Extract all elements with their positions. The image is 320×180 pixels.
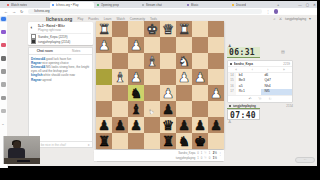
board-square[interactable] xyxy=(96,53,112,69)
white-b-piece[interactable]: ♝ xyxy=(114,69,126,85)
board-square[interactable] xyxy=(112,85,128,101)
game-meta-line2: Playing right now xyxy=(38,28,61,32)
white-p-piece[interactable]: ♟ xyxy=(130,69,142,85)
game-meta-card: ◐ 5+3 • Rated • Blitz Playing right now … xyxy=(28,22,93,45)
chevron-icon[interactable]: ⌄ xyxy=(1,122,6,127)
board-square[interactable]: ♛ xyxy=(160,21,176,37)
search-icon[interactable]: ⌕ xyxy=(274,17,276,21)
white-p-piece[interactable]: ♟ xyxy=(98,37,110,53)
white-p-piece[interactable]: ♟ xyxy=(194,69,206,85)
white-p-piece[interactable]: ♟ xyxy=(162,85,174,101)
game-actions: ↶½⚐ xyxy=(228,95,292,102)
nav-link-watch[interactable]: Watch xyxy=(116,17,124,21)
board-square[interactable] xyxy=(144,69,160,85)
board-square[interactable]: ♜ xyxy=(96,21,112,37)
send-icon[interactable]: ➤ xyxy=(87,143,90,147)
black-q-piece[interactable]: ♛ xyxy=(162,117,174,133)
board-square[interactable] xyxy=(208,21,224,37)
board-square[interactable] xyxy=(112,53,128,69)
black-player-name[interactable]: tungjohnplaying (2154) xyxy=(38,40,70,44)
chat-tab-room[interactable]: Chat room xyxy=(29,49,61,53)
tab-title: Discord xyxy=(236,3,246,7)
url-field[interactable]: lichess.org xyxy=(28,9,262,14)
tab-favicon-icon xyxy=(52,4,54,6)
tab-title: Watch notes xyxy=(11,3,28,7)
board-square[interactable]: ♛ xyxy=(160,117,176,133)
crosstable-more-icon[interactable]: ⋮ xyxy=(218,152,222,156)
black-p-piece[interactable]: ♟ xyxy=(130,117,142,133)
board-square[interactable] xyxy=(112,101,128,117)
tab-favicon-icon xyxy=(97,4,99,6)
bookmark-blue-icon[interactable] xyxy=(1,17,6,22)
board-square[interactable]: ♞ xyxy=(176,53,192,69)
board-square[interactable]: ♜ xyxy=(176,21,192,37)
move-panel: Sandro_Kepa 2219 «‹›» 14b4d615Be3Qd716a5… xyxy=(227,60,293,103)
top-clock: 06:31 xyxy=(227,47,260,58)
move-row: 17Rc1Nf5 xyxy=(228,89,292,94)
board-square[interactable]: ♟ xyxy=(192,69,208,85)
black-p-piece[interactable]: ♟ xyxy=(162,101,174,117)
tab-favicon-icon xyxy=(7,4,9,6)
board-square[interactable]: ♝ xyxy=(112,69,128,85)
board-square[interactable] xyxy=(176,85,192,101)
board-square[interactable] xyxy=(96,85,112,101)
black-p-piece[interactable]: ♟ xyxy=(178,117,190,133)
resign-icon[interactable]: ⚐ xyxy=(268,97,271,101)
white-p-piece[interactable]: ♟ xyxy=(210,85,222,101)
forward-icon[interactable]: → xyxy=(12,8,16,15)
bottom-player-rating: 2154 xyxy=(286,104,293,108)
black-n-piece[interactable]: ♞ xyxy=(130,85,142,101)
board-square[interactable]: ♚ xyxy=(192,133,208,149)
white-p-piece[interactable]: ♟ xyxy=(130,37,142,53)
crosstable-name: Sandro_Kepa xyxy=(178,151,195,155)
board-square[interactable] xyxy=(160,69,176,85)
nav-link-tools[interactable]: Tools xyxy=(150,17,157,21)
nav-link-play[interactable]: Play xyxy=(77,17,83,21)
board-square[interactable] xyxy=(144,117,160,133)
chat-messages: Deimos44 good luck have funRagnar nice o… xyxy=(29,55,92,83)
app-gray-1-icon[interactable] xyxy=(1,56,6,61)
standings-icon[interactable]: ▤ xyxy=(281,49,285,54)
crosstable-name: tungjohnplaying xyxy=(176,156,196,160)
user-menu-icon[interactable]: ▾ xyxy=(309,16,311,21)
crosstable-total: 1½ xyxy=(213,156,217,160)
crosstable-scores: 1 0 ½ 0 xyxy=(197,156,211,160)
top-player-name[interactable]: Sandro_Kepa xyxy=(234,62,284,66)
black-p-piece[interactable]: ♟ xyxy=(210,117,222,133)
board-square[interactable]: ♟ xyxy=(208,117,224,133)
board-square[interactable] xyxy=(128,21,144,37)
draw-offer-icon[interactable]: ½ xyxy=(258,97,261,101)
white-b-piece[interactable]: ♝ xyxy=(146,53,158,69)
board-square[interactable]: ♟ xyxy=(208,85,224,101)
chat-tabs: Chat room Notes xyxy=(29,48,92,55)
maximize-icon[interactable]: ▢ xyxy=(306,3,309,7)
white-p-piece[interactable]: ♟ xyxy=(178,69,190,85)
board-square[interactable] xyxy=(96,101,112,117)
white-n-piece[interactable]: ♞ xyxy=(178,53,190,69)
minimize-icon[interactable]: — xyxy=(298,3,302,7)
board-square[interactable]: ♜ xyxy=(96,133,112,149)
black-r-piece[interactable]: ♜ xyxy=(98,133,110,149)
back-icon[interactable]: ← xyxy=(4,8,8,15)
window-controls[interactable]: — ▢ ✕ xyxy=(298,1,316,8)
board-square[interactable]: ♟ xyxy=(176,117,192,133)
online-dot xyxy=(230,63,232,65)
captured-pieces-bottom: ♙ xyxy=(228,119,231,124)
app-gray-5-icon[interactable] xyxy=(1,109,6,114)
bottom-clock: 07:40 xyxy=(227,109,260,120)
white-move[interactable]: Rc1 xyxy=(236,89,262,94)
black-b-piece[interactable]: ♝ xyxy=(130,101,142,117)
chat-panel: Chat room Notes Deimos44 good luck have … xyxy=(28,47,93,148)
chat-tab-notes[interactable]: Notes xyxy=(61,49,93,53)
board-square[interactable]: ♟ xyxy=(128,69,144,85)
board-square[interactable]: ♟ xyxy=(192,117,208,133)
white-r-piece[interactable]: ♜ xyxy=(98,21,110,37)
reload-icon[interactable]: ↻ xyxy=(20,8,23,15)
top-player-row[interactable]: Sandro_Kepa 2219 xyxy=(228,61,292,66)
black-r-piece[interactable]: ♜ xyxy=(162,133,174,149)
board-square[interactable] xyxy=(208,133,224,149)
board-square[interactable]: ♚ xyxy=(144,21,160,37)
browser-tabbar: Watch noteslichess.org • PlayOpening pre… xyxy=(0,1,317,8)
black-move-current[interactable]: Nf5 xyxy=(261,89,292,94)
tab-favicon-icon xyxy=(232,4,234,6)
close-icon[interactable]: ✕ xyxy=(313,3,316,7)
webcam-overlay xyxy=(3,136,40,164)
app-purple-icon[interactable] xyxy=(1,30,6,35)
board-square[interactable] xyxy=(112,21,128,37)
chat-message: Deimos44 Nf5 looks strong here, the knig… xyxy=(31,65,90,73)
board-square[interactable]: ♝ xyxy=(144,53,160,69)
white-k-piece[interactable]: ♚ xyxy=(146,21,158,37)
crosstable-bar: Sandro_Kepa0 1 ½ 12½tungjohnplaying1 0 ½… xyxy=(94,150,224,161)
board-square[interactable]: ♟ xyxy=(176,69,192,85)
crosstable-row: Sandro_Kepa0 1 ½ 12½ xyxy=(178,151,217,155)
board-square[interactable]: ♝ xyxy=(128,101,144,117)
move-nav-icon[interactable]: « xyxy=(235,68,237,72)
tab-favicon-icon xyxy=(187,4,189,6)
site-nav: PlayPuzzlesLearnWatchCommunityTools xyxy=(72,17,157,21)
board-square[interactable]: ♜ xyxy=(160,133,176,149)
tab-favicon-icon xyxy=(142,4,144,6)
move-nav-toolbar: «‹›» xyxy=(228,66,292,73)
app-gray-2-icon[interactable] xyxy=(1,69,6,74)
board-square[interactable] xyxy=(112,133,128,149)
move-number: 17 xyxy=(228,89,236,94)
black-p-piece[interactable]: ♟ xyxy=(194,117,206,133)
time-control-icon: ◐ xyxy=(31,24,34,30)
tab-title: Music xyxy=(191,3,199,7)
bottom-player-name[interactable]: tungjohnplaying xyxy=(233,104,287,108)
chess-board[interactable]: ♜♚♛♜♟♟♝♞♝♟♟♟♞♟♟♝♟♟♟♟♛♟♟♟♜♜♞♚ xyxy=(96,21,224,149)
board-square[interactable] xyxy=(192,53,208,69)
white-player-name[interactable]: Sandro_Kepa (2219) xyxy=(38,35,68,39)
keyboard xyxy=(17,160,30,163)
black-p-piece[interactable]: ♟ xyxy=(98,117,110,133)
site-logo[interactable]: lichess.org xyxy=(46,16,72,22)
tab-title: lichess.org • Play xyxy=(56,3,79,7)
board-square[interactable] xyxy=(160,37,176,53)
board-square[interactable]: ♞ xyxy=(128,85,144,101)
online-dot-bottom xyxy=(229,105,231,107)
board-square[interactable] xyxy=(192,85,208,101)
crosstable-total: 2½ xyxy=(213,151,217,155)
nav-link-learn[interactable]: Learn xyxy=(104,17,112,21)
black-n-piece[interactable]: ♞ xyxy=(178,133,190,149)
white-r-piece[interactable]: ♜ xyxy=(178,21,190,37)
board-square[interactable] xyxy=(176,37,192,53)
tab-title: Opening prep xyxy=(101,3,119,7)
logged-in-user[interactable]: tungjohnplaying xyxy=(285,17,306,21)
challenge-icon[interactable]: ⚔ xyxy=(279,16,282,21)
app-red-icon[interactable] xyxy=(1,43,6,48)
tab-title: Stream chat xyxy=(146,3,162,7)
board-square[interactable] xyxy=(208,101,224,117)
black-p-piece[interactable]: ♟ xyxy=(114,117,126,133)
move-nav-icon[interactable]: › xyxy=(267,68,268,72)
board-square[interactable] xyxy=(144,37,160,53)
black-color-icon xyxy=(31,39,36,44)
crosstable-scores: 0 1 ½ 1 xyxy=(197,151,211,155)
nav-link-community[interactable]: Community xyxy=(130,17,145,21)
status-badge: ··· xyxy=(295,157,315,163)
board-square[interactable]: ♟ xyxy=(128,117,144,133)
board-square[interactable] xyxy=(128,53,144,69)
board-square[interactable] xyxy=(128,133,144,149)
board-square[interactable]: ♞ xyxy=(176,133,192,149)
board-square[interactable] xyxy=(192,37,208,53)
board-square[interactable] xyxy=(208,53,224,69)
board-square[interactable] xyxy=(208,69,224,85)
board-square[interactable] xyxy=(176,101,192,117)
board-square[interactable] xyxy=(208,37,224,53)
black-k-piece[interactable]: ♚ xyxy=(194,133,206,149)
board-square[interactable]: ♟ xyxy=(96,117,112,133)
crosstable-row: tungjohnplaying1 0 ½ 01½ xyxy=(176,156,217,160)
black-player-row[interactable]: tungjohnplaying (2154) xyxy=(31,39,70,44)
board-square[interactable] xyxy=(144,133,160,149)
board-square[interactable]: ♟ xyxy=(128,37,144,53)
board-square[interactable] xyxy=(96,69,112,85)
move-nav-icon[interactable]: » xyxy=(283,68,285,72)
white-q-piece[interactable]: ♛ xyxy=(162,21,174,37)
move-list: 14b4d615Be3Qd716a5Nh417Rc1Nf5 xyxy=(228,73,292,95)
move-nav-icon[interactable]: ‹ xyxy=(252,68,253,72)
nav-link-puzzles[interactable]: Puzzles xyxy=(88,17,99,21)
board-square[interactable] xyxy=(192,21,208,37)
board-square[interactable] xyxy=(192,101,208,117)
top-player-rating: 2219 xyxy=(283,62,290,66)
board-square[interactable]: ♟ xyxy=(112,117,128,133)
board-square[interactable]: ♟ xyxy=(96,37,112,53)
app-gray-4-icon[interactable] xyxy=(1,96,6,101)
board-square[interactable]: ♟ xyxy=(160,85,176,101)
chat-message: Ragnar agreed xyxy=(31,78,90,82)
profile-avatar[interactable] xyxy=(274,9,279,14)
app-gray-3-icon[interactable] xyxy=(1,82,6,87)
board-square[interactable] xyxy=(144,85,160,101)
extensions-icon[interactable]: ⋮ xyxy=(266,10,270,14)
board-square[interactable] xyxy=(160,53,176,69)
takeback-icon[interactable]: ↶ xyxy=(248,97,251,101)
board-square[interactable]: ♟ xyxy=(160,101,176,117)
board-square[interactable] xyxy=(112,37,128,53)
